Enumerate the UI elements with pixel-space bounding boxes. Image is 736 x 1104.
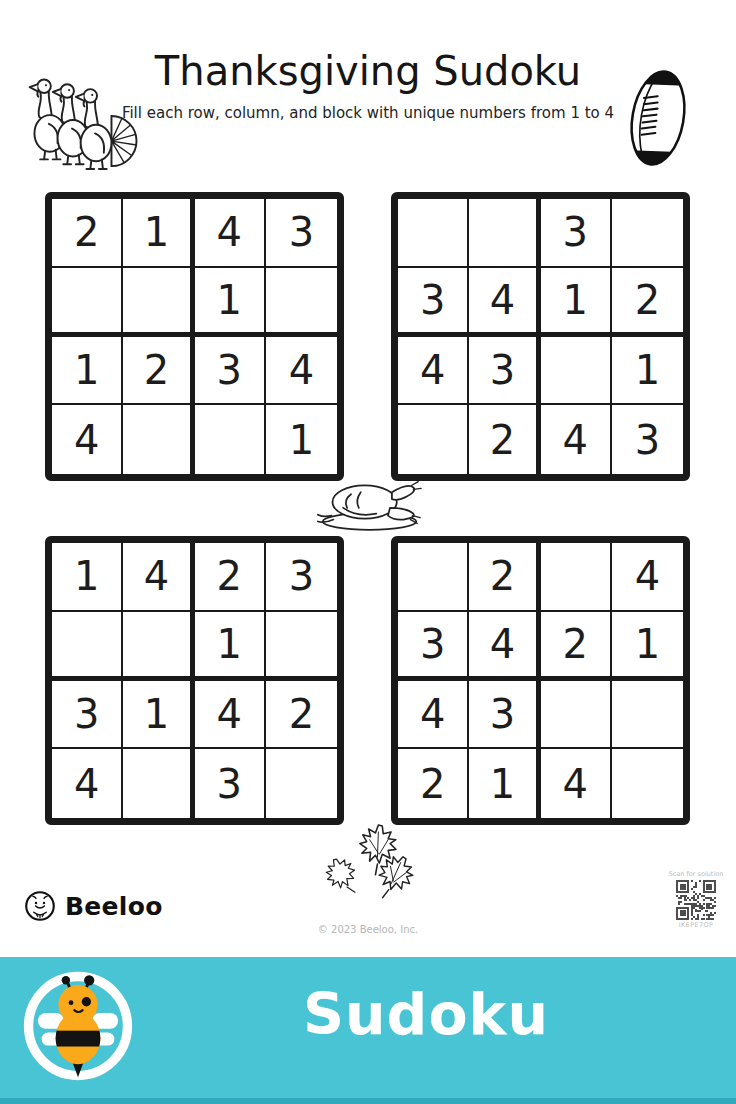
sudoku-cell bbox=[541, 337, 612, 406]
roast-turkey-icon bbox=[314, 472, 426, 534]
sudoku-cell bbox=[266, 268, 337, 337]
sudoku-cell: 3 bbox=[195, 337, 266, 406]
sudoku-cell bbox=[398, 543, 469, 612]
sudoku-cell: 4 bbox=[469, 612, 540, 681]
sudoku-cell: 3 bbox=[469, 337, 540, 406]
qr-code-icon bbox=[676, 880, 716, 920]
sudoku-cell: 1 bbox=[266, 405, 337, 474]
sudoku-cell bbox=[541, 681, 612, 750]
sudoku-cell: 1 bbox=[469, 749, 540, 818]
sudoku-cell: 2 bbox=[541, 612, 612, 681]
sudoku-cell bbox=[612, 199, 683, 268]
sudoku-cell bbox=[123, 749, 194, 818]
sudoku-cell bbox=[52, 612, 123, 681]
sudoku-cell: 2 bbox=[195, 543, 266, 612]
sudoku-cell: 1 bbox=[541, 268, 612, 337]
sudoku-cell bbox=[123, 268, 194, 337]
football-icon bbox=[612, 62, 704, 174]
bee-badge-icon bbox=[24, 890, 56, 922]
sudoku-cell: 1 bbox=[195, 612, 266, 681]
sudoku-cell: 4 bbox=[541, 749, 612, 818]
sudoku-cell: 3 bbox=[52, 681, 123, 750]
sudoku-cell: 3 bbox=[266, 199, 337, 268]
sudoku-cell: 4 bbox=[123, 543, 194, 612]
sudoku-cell bbox=[612, 681, 683, 750]
sudoku-cell bbox=[266, 612, 337, 681]
sudoku-cell bbox=[612, 749, 683, 818]
sudoku-cell bbox=[266, 749, 337, 818]
sudoku-cell: 3 bbox=[398, 612, 469, 681]
autumn-leaves-icon bbox=[318, 822, 430, 908]
sudoku-cell bbox=[398, 199, 469, 268]
sudoku-cell: 4 bbox=[195, 199, 266, 268]
qr-id: IK6PE7OP bbox=[662, 921, 730, 929]
sudoku-cell: 4 bbox=[398, 681, 469, 750]
sudoku-cell: 3 bbox=[195, 749, 266, 818]
sudoku-cell: 1 bbox=[52, 543, 123, 612]
sudoku-cell: 3 bbox=[541, 199, 612, 268]
sudoku-cell: 4 bbox=[398, 337, 469, 406]
sudoku-cell: 1 bbox=[195, 268, 266, 337]
qr-caption: Scan for solution bbox=[662, 870, 730, 878]
sudoku-cell: 4 bbox=[612, 543, 683, 612]
sudoku-cell bbox=[398, 405, 469, 474]
sudoku-cell: 1 bbox=[123, 199, 194, 268]
beeloo-wordmark: Beeloo bbox=[65, 892, 163, 921]
sudoku-cell bbox=[469, 199, 540, 268]
sudoku-cell: 2 bbox=[612, 268, 683, 337]
sudoku-cell bbox=[123, 612, 194, 681]
sudoku-grid-top-right: 33412431243 bbox=[391, 192, 690, 481]
sudoku-cell: 3 bbox=[398, 268, 469, 337]
sudoku-cell: 1 bbox=[52, 337, 123, 406]
sudoku-cell bbox=[541, 543, 612, 612]
sudoku-cell: 4 bbox=[195, 681, 266, 750]
sudoku-grid-bottom-left: 14231314243 bbox=[45, 536, 344, 825]
sudoku-cell: 1 bbox=[612, 612, 683, 681]
sudoku-cell: 3 bbox=[469, 681, 540, 750]
sudoku-grid-bottom-right: 24342143214 bbox=[391, 536, 690, 825]
sudoku-cell: 3 bbox=[612, 405, 683, 474]
sudoku-cell: 4 bbox=[52, 405, 123, 474]
footer-band: Sudoku bbox=[0, 957, 736, 1104]
sudoku-cell: 1 bbox=[612, 337, 683, 406]
sudoku-cell: 2 bbox=[469, 543, 540, 612]
sudoku-cell: 2 bbox=[398, 749, 469, 818]
sudoku-cell: 2 bbox=[52, 199, 123, 268]
sudoku-cell: 4 bbox=[266, 337, 337, 406]
copyright-text: © 2023 Beeloo, Inc. bbox=[0, 924, 736, 935]
sudoku-cell: 3 bbox=[266, 543, 337, 612]
sudoku-cell: 2 bbox=[469, 405, 540, 474]
sudoku-cell bbox=[195, 405, 266, 474]
bee-mascot-icon bbox=[22, 963, 134, 1089]
sudoku-cell: 2 bbox=[123, 337, 194, 406]
qr-block: Scan for solution IK6PE7OP bbox=[662, 870, 730, 929]
sudoku-grid-top-left: 21431123441 bbox=[45, 192, 344, 481]
sudoku-cell: 1 bbox=[123, 681, 194, 750]
sudoku-cell: 4 bbox=[541, 405, 612, 474]
footer-band-edge bbox=[0, 1098, 736, 1104]
sudoku-cell: 4 bbox=[52, 749, 123, 818]
sudoku-cell: 2 bbox=[266, 681, 337, 750]
sudoku-cell: 4 bbox=[469, 268, 540, 337]
sudoku-cell bbox=[123, 405, 194, 474]
worksheet-page: Thanksgiving Sudoku Fill each row, colum… bbox=[0, 0, 736, 1104]
sudoku-cell bbox=[52, 268, 123, 337]
footer-label: Sudoku bbox=[120, 981, 732, 1047]
beeloo-logo: Beeloo bbox=[24, 890, 163, 922]
